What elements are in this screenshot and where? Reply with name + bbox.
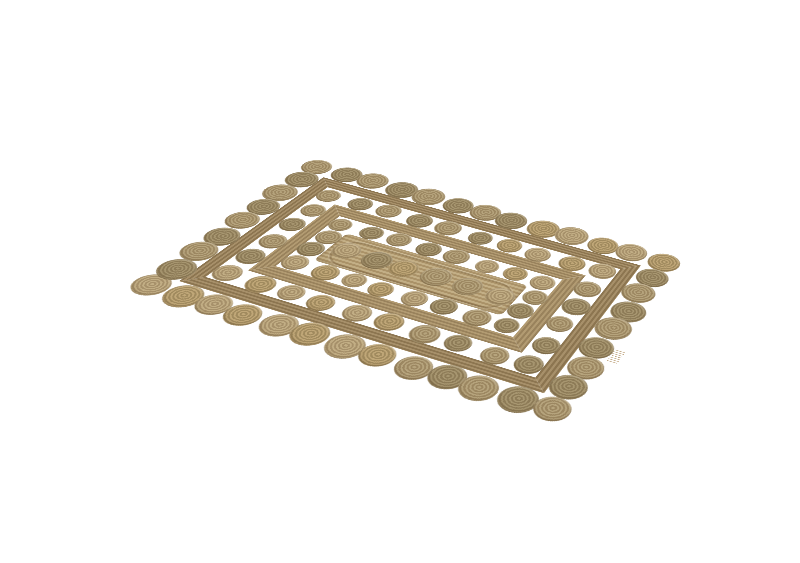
jute-rug (122, 157, 683, 428)
product-photo (0, 0, 800, 563)
